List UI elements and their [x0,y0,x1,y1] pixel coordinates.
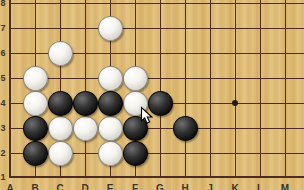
stone-white-E7 [98,16,123,41]
col-label-B: B [28,183,42,190]
stone-black-F2 [123,141,148,166]
col-label-D: D [78,183,92,190]
stone-white-E2 [98,141,123,166]
cursor-arrow-icon [140,106,153,125]
row-label-4: 4 [0,98,8,109]
stone-white-E5 [98,66,123,91]
col-label-G: G [153,183,167,190]
go-board-screenshot: 87654321 ABCDEFGHJKLM [0,0,304,190]
row-label-1: 1 [0,172,8,183]
stone-white-C6 [48,41,73,66]
col-label-L: L [253,183,267,190]
row-label-2: 2 [0,148,8,159]
stone-white-F5 [123,66,148,91]
row-label-7: 7 [0,23,8,34]
row-label-3: 3 [0,123,8,134]
stone-white-E3 [98,116,123,141]
stone-black-E4 [98,91,123,116]
stone-white-C2 [48,141,73,166]
stone-black-H3 [173,116,198,141]
col-label-C: C [53,183,67,190]
col-label-A: A [3,183,17,190]
col-label-K: K [228,183,242,190]
col-label-H: H [178,183,192,190]
stone-black-B3 [23,116,48,141]
stone-white-B5 [23,66,48,91]
row-label-8: 8 [0,0,8,9]
stone-white-C3 [48,116,73,141]
stone-white-D3 [73,116,98,141]
row-label-5: 5 [0,73,8,84]
stone-white-B4 [23,91,48,116]
col-label-E: E [103,183,117,190]
stone-black-B2 [23,141,48,166]
row-label-6: 6 [0,48,8,59]
col-label-J: J [203,183,217,190]
col-label-M: M [278,183,292,190]
stone-black-C4 [48,91,73,116]
col-label-F: F [128,183,142,190]
stone-black-D4 [73,91,98,116]
